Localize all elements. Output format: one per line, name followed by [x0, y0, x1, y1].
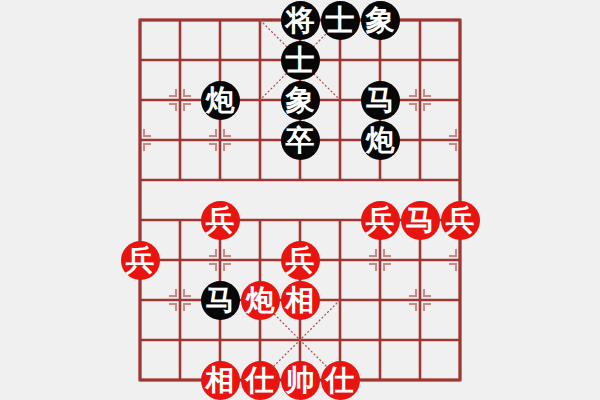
piece-black-horse[interactable]: 马	[201, 281, 240, 320]
piece-red-soldier[interactable]: 兵	[361, 201, 400, 240]
piece-black-elephant[interactable]: 象	[361, 1, 400, 40]
piece-red-horse[interactable]: 马	[401, 201, 440, 240]
piece-black-soldier[interactable]: 卒	[281, 121, 320, 160]
piece-red-soldier[interactable]: 兵	[201, 201, 240, 240]
piece-red-elephant[interactable]: 相	[201, 361, 240, 400]
piece-red-soldier[interactable]: 兵	[441, 201, 480, 240]
piece-black-advisor[interactable]: 士	[281, 41, 320, 80]
piece-red-soldier[interactable]: 兵	[281, 241, 320, 280]
piece-red-advisor[interactable]: 仕	[241, 361, 280, 400]
piece-black-cannon[interactable]: 炮	[201, 81, 240, 120]
piece-red-soldier[interactable]: 兵	[121, 241, 160, 280]
xiangqi-app: 将士象士炮象马卒炮兵兵马兵兵兵马炮相相仕帅仕	[0, 0, 600, 400]
piece-black-advisor[interactable]: 士	[321, 1, 360, 40]
piece-red-advisor[interactable]: 仕	[321, 361, 360, 400]
piece-black-cannon[interactable]: 炮	[361, 121, 400, 160]
piece-black-horse[interactable]: 马	[361, 81, 400, 120]
pieces-layer: 将士象士炮象马卒炮兵兵马兵兵兵马炮相相仕帅仕	[0, 0, 600, 400]
piece-red-general[interactable]: 帅	[281, 361, 320, 400]
piece-black-general[interactable]: 将	[281, 1, 320, 40]
piece-black-elephant[interactable]: 象	[281, 81, 320, 120]
piece-red-elephant[interactable]: 相	[281, 281, 320, 320]
piece-red-cannon[interactable]: 炮	[241, 281, 280, 320]
